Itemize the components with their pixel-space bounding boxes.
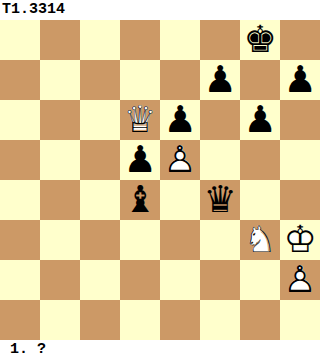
- square-g2[interactable]: [240, 260, 280, 300]
- square-e3[interactable]: [160, 220, 200, 260]
- square-b6[interactable]: [40, 100, 80, 140]
- square-b5[interactable]: [40, 140, 80, 180]
- square-c5[interactable]: [80, 140, 120, 180]
- square-h1[interactable]: [280, 300, 320, 340]
- square-d2[interactable]: [120, 260, 160, 300]
- black-pawn[interactable]: ♟: [200, 60, 240, 100]
- square-f3[interactable]: [200, 220, 240, 260]
- white-pawn[interactable]: ♟♙: [280, 260, 320, 300]
- square-c3[interactable]: [80, 220, 120, 260]
- square-f1[interactable]: [200, 300, 240, 340]
- square-f7[interactable]: ♟: [200, 60, 240, 100]
- white-queen[interactable]: ♛♕: [120, 100, 160, 140]
- chess-board: ♚♟♟♛♕♟♟♟♟♙♝♛♞♘♚♔♟♙: [0, 20, 320, 340]
- square-a8[interactable]: [0, 20, 40, 60]
- square-a1[interactable]: [0, 300, 40, 340]
- square-h3[interactable]: ♚♔: [280, 220, 320, 260]
- square-d5[interactable]: ♟: [120, 140, 160, 180]
- square-c8[interactable]: [80, 20, 120, 60]
- square-e6[interactable]: ♟: [160, 100, 200, 140]
- square-f2[interactable]: [200, 260, 240, 300]
- square-a6[interactable]: [0, 100, 40, 140]
- square-h4[interactable]: [280, 180, 320, 220]
- square-h8[interactable]: [280, 20, 320, 60]
- square-c7[interactable]: [80, 60, 120, 100]
- black-pawn[interactable]: ♟: [160, 100, 200, 140]
- square-a2[interactable]: [0, 260, 40, 300]
- black-pawn[interactable]: ♟: [240, 100, 280, 140]
- square-a3[interactable]: [0, 220, 40, 260]
- square-g4[interactable]: [240, 180, 280, 220]
- black-queen[interactable]: ♛: [200, 180, 240, 220]
- square-c4[interactable]: [80, 180, 120, 220]
- square-c2[interactable]: [80, 260, 120, 300]
- square-f5[interactable]: [200, 140, 240, 180]
- square-b1[interactable]: [40, 300, 80, 340]
- square-a5[interactable]: [0, 140, 40, 180]
- square-g5[interactable]: [240, 140, 280, 180]
- square-a7[interactable]: [0, 60, 40, 100]
- square-d3[interactable]: [120, 220, 160, 260]
- square-f8[interactable]: [200, 20, 240, 60]
- puzzle-page: T1.3314 ♚♟♟♛♕♟♟♟♟♙♝♛♞♘♚♔♟♙ 1. ?: [0, 0, 320, 360]
- square-e8[interactable]: [160, 20, 200, 60]
- square-g3[interactable]: ♞♘: [240, 220, 280, 260]
- square-d4[interactable]: ♝: [120, 180, 160, 220]
- square-b4[interactable]: [40, 180, 80, 220]
- white-king[interactable]: ♚♔: [280, 220, 320, 260]
- square-g8[interactable]: ♚: [240, 20, 280, 60]
- square-d6[interactable]: ♛♕: [120, 100, 160, 140]
- square-c6[interactable]: [80, 100, 120, 140]
- square-d8[interactable]: [120, 20, 160, 60]
- square-h6[interactable]: [280, 100, 320, 140]
- puzzle-id: T1.3314: [0, 0, 320, 20]
- square-g6[interactable]: ♟: [240, 100, 280, 140]
- square-h5[interactable]: [280, 140, 320, 180]
- black-bishop[interactable]: ♝: [120, 180, 160, 220]
- square-f6[interactable]: [200, 100, 240, 140]
- black-king[interactable]: ♚: [240, 20, 280, 60]
- square-f4[interactable]: ♛: [200, 180, 240, 220]
- square-g7[interactable]: [240, 60, 280, 100]
- white-knight[interactable]: ♞♘: [240, 220, 280, 260]
- black-pawn[interactable]: ♟: [280, 60, 320, 100]
- square-b7[interactable]: [40, 60, 80, 100]
- square-e4[interactable]: [160, 180, 200, 220]
- square-e2[interactable]: [160, 260, 200, 300]
- square-b2[interactable]: [40, 260, 80, 300]
- square-g1[interactable]: [240, 300, 280, 340]
- square-a4[interactable]: [0, 180, 40, 220]
- square-h2[interactable]: ♟♙: [280, 260, 320, 300]
- square-e5[interactable]: ♟♙: [160, 140, 200, 180]
- square-c1[interactable]: [80, 300, 120, 340]
- square-b8[interactable]: [40, 20, 80, 60]
- square-e7[interactable]: [160, 60, 200, 100]
- square-h7[interactable]: ♟: [280, 60, 320, 100]
- square-d1[interactable]: [120, 300, 160, 340]
- square-d7[interactable]: [120, 60, 160, 100]
- square-e1[interactable]: [160, 300, 200, 340]
- square-b3[interactable]: [40, 220, 80, 260]
- move-prompt: 1. ?: [0, 340, 320, 360]
- white-pawn[interactable]: ♟♙: [160, 140, 200, 180]
- black-pawn[interactable]: ♟: [120, 140, 160, 180]
